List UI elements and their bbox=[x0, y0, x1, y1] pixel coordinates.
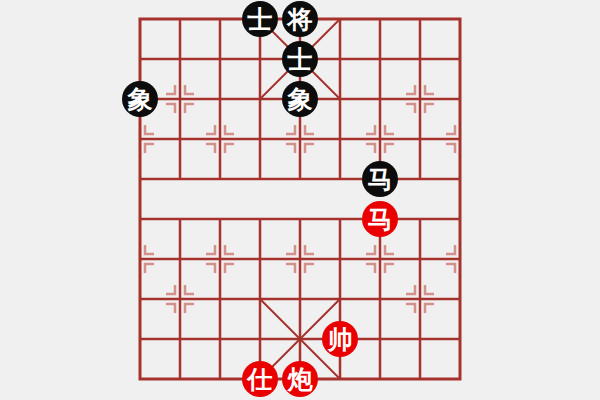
piece-black-general[interactable]: 将 bbox=[282, 1, 318, 37]
piece-black-advisor[interactable]: 士 bbox=[242, 1, 278, 37]
piece-black-elephant[interactable]: 象 bbox=[282, 81, 318, 117]
piece-black-advisor[interactable]: 士 bbox=[282, 41, 318, 77]
xiangqi-app: 士将士象象马马帅仕炮 bbox=[0, 0, 600, 400]
piece-red-general[interactable]: 帅 bbox=[322, 321, 358, 357]
piece-red-horse[interactable]: 马 bbox=[362, 201, 398, 237]
piece-red-cannon[interactable]: 炮 bbox=[282, 361, 318, 397]
piece-red-advisor[interactable]: 仕 bbox=[242, 361, 278, 397]
piece-black-horse[interactable]: 马 bbox=[362, 161, 398, 197]
xiangqi-board[interactable]: 士将士象象马马帅仕炮 bbox=[120, 0, 480, 399]
piece-black-elephant[interactable]: 象 bbox=[122, 81, 158, 117]
